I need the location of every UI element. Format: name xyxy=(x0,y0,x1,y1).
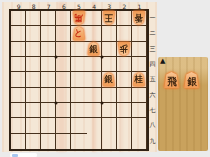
square-5-7[interactable] xyxy=(71,103,86,118)
square-8-3[interactable] xyxy=(26,42,41,57)
partial-ui-fragment-icon xyxy=(12,154,18,157)
square-6-7[interactable] xyxy=(56,103,71,118)
piece-face: と xyxy=(73,27,85,41)
square-7-4[interactable] xyxy=(41,57,56,72)
square-7-1[interactable] xyxy=(41,11,56,26)
square-1-5[interactable]: 桂 xyxy=(132,72,147,87)
rank-label: 七 xyxy=(148,103,157,118)
piece-face: 王 xyxy=(103,11,115,25)
square-8-1[interactable] xyxy=(26,11,41,26)
piece-face: 銀 xyxy=(103,73,115,87)
square-2-2[interactable] xyxy=(117,26,132,41)
rank-label: 一 xyxy=(148,11,157,26)
square-2-6[interactable] xyxy=(117,88,132,103)
square-1-3[interactable] xyxy=(132,42,147,57)
square-8-8[interactable] xyxy=(26,118,41,133)
square-9-7[interactable] xyxy=(11,103,26,118)
shogi-board: 馬王香と銀歩銀桂 xyxy=(9,9,149,151)
square-8-7[interactable] xyxy=(26,103,41,118)
square-3-4[interactable] xyxy=(102,57,117,72)
piece-face: 馬 xyxy=(73,11,85,25)
square-4-6[interactable] xyxy=(87,88,102,103)
square-3-7[interactable] xyxy=(102,103,117,118)
square-9-9[interactable] xyxy=(11,134,26,149)
tsume-shogi-diagram: 987654321 一二三四五六七八九 馬王香と銀歩銀桂 ▲ 飛銀 xyxy=(0,0,210,157)
square-1-7[interactable] xyxy=(132,103,147,118)
square-9-3[interactable] xyxy=(11,42,26,57)
square-9-5[interactable] xyxy=(11,72,26,87)
square-3-5[interactable]: 銀 xyxy=(102,72,117,87)
hand-pieces: 飛銀 xyxy=(164,72,199,88)
piece-face: 飛 xyxy=(164,72,179,88)
square-1-6[interactable] xyxy=(132,88,147,103)
square-8-5[interactable] xyxy=(26,72,41,87)
square-2-4[interactable] xyxy=(117,57,132,72)
square-5-4[interactable] xyxy=(71,57,86,72)
star-point xyxy=(100,102,103,105)
square-9-2[interactable] xyxy=(11,26,26,41)
piece-face: 銀 xyxy=(184,72,199,88)
square-6-8[interactable] xyxy=(56,118,71,133)
square-1-8[interactable] xyxy=(132,118,147,133)
square-6-6[interactable] xyxy=(56,88,71,103)
square-8-2[interactable] xyxy=(26,26,41,41)
rank-label: 三 xyxy=(148,42,157,57)
piece-sente-knight[interactable]: 桂 xyxy=(133,73,145,87)
square-1-1[interactable]: 香 xyxy=(132,11,147,26)
square-3-8[interactable] xyxy=(102,118,117,133)
square-6-2[interactable] xyxy=(56,26,71,41)
square-2-8[interactable] xyxy=(117,118,132,133)
rank-label: 六 xyxy=(148,88,157,103)
square-6-5[interactable] xyxy=(56,72,71,87)
square-2-9[interactable] xyxy=(117,134,132,149)
square-1-2[interactable] xyxy=(132,26,147,41)
square-3-9[interactable] xyxy=(102,134,117,149)
square-8-4[interactable] xyxy=(26,57,41,72)
rank-coordinates: 一二三四五六七八九 xyxy=(148,11,157,149)
square-3-6[interactable] xyxy=(102,88,117,103)
piece-kanji: と xyxy=(75,29,83,41)
star-point xyxy=(55,55,58,58)
square-7-8[interactable] xyxy=(41,118,56,133)
square-1-4[interactable] xyxy=(132,57,147,72)
piece-gote-promoted-bishop[interactable]: 馬 xyxy=(73,11,85,25)
square-2-5[interactable] xyxy=(117,72,132,87)
square-7-5[interactable] xyxy=(41,72,56,87)
sente-marker: ▲ xyxy=(160,57,165,66)
sente-hand-stand: ▲ 飛銀 xyxy=(158,57,208,151)
square-7-7[interactable] xyxy=(41,103,56,118)
square-5-9[interactable] xyxy=(71,134,86,149)
square-7-9[interactable] xyxy=(41,134,56,149)
square-4-2[interactable] xyxy=(87,26,102,41)
square-8-6[interactable] xyxy=(26,88,41,103)
square-1-9[interactable] xyxy=(132,134,147,149)
piece-kanji: 香 xyxy=(135,11,143,23)
square-5-6[interactable] xyxy=(71,88,86,103)
square-4-1[interactable] xyxy=(87,11,102,26)
piece-face: 桂 xyxy=(133,73,145,87)
square-4-3[interactable]: 銀 xyxy=(87,42,102,57)
piece-kanji: 銀 xyxy=(187,75,196,89)
square-6-9[interactable] xyxy=(56,134,71,149)
square-4-8[interactable] xyxy=(87,118,102,133)
square-3-3[interactable] xyxy=(102,42,117,57)
piece-gote-pawn[interactable]: 歩 xyxy=(118,42,130,56)
rank-label: 四 xyxy=(148,57,157,72)
square-6-4[interactable] xyxy=(56,57,71,72)
square-6-3[interactable] xyxy=(56,42,71,57)
piece-kanji: 銀 xyxy=(105,75,113,87)
hand-piece-silver[interactable]: 銀 xyxy=(184,72,199,88)
square-8-9[interactable] xyxy=(26,134,41,149)
star-point xyxy=(55,102,58,105)
square-5-1[interactable]: 馬 xyxy=(71,11,86,26)
square-6-1[interactable] xyxy=(56,11,71,26)
piece-face: 香 xyxy=(133,11,145,25)
piece-sente-silver[interactable]: 銀 xyxy=(88,42,100,56)
piece-sente-tokin[interactable]: と xyxy=(73,27,85,41)
rank-label: 五 xyxy=(148,72,157,87)
square-9-4[interactable] xyxy=(11,57,26,72)
piece-kanji: 王 xyxy=(105,11,113,23)
square-7-3[interactable] xyxy=(41,42,56,57)
square-5-2[interactable]: と xyxy=(71,26,86,41)
square-7-6[interactable] xyxy=(41,88,56,103)
rank-label: 九 xyxy=(148,134,157,149)
square-4-5[interactable] xyxy=(87,72,102,87)
piece-face: 銀 xyxy=(88,42,100,56)
piece-kanji: 銀 xyxy=(89,44,97,56)
square-7-2[interactable] xyxy=(41,26,56,41)
star-point xyxy=(100,55,103,58)
piece-kanji: 桂 xyxy=(135,75,143,87)
square-3-1[interactable]: 王 xyxy=(102,11,117,26)
square-2-3[interactable]: 歩 xyxy=(117,42,132,57)
square-9-1[interactable] xyxy=(11,11,26,26)
square-4-9[interactable] xyxy=(87,134,102,149)
square-3-2[interactable] xyxy=(102,26,117,41)
hand-piece-rook[interactable]: 飛 xyxy=(164,72,179,88)
square-2-1[interactable] xyxy=(117,11,132,26)
rank-label: 八 xyxy=(148,118,157,133)
square-9-6[interactable] xyxy=(11,88,26,103)
square-2-7[interactable] xyxy=(117,103,132,118)
partial-ui-fragment xyxy=(10,153,37,157)
square-4-4[interactable] xyxy=(87,57,102,72)
square-4-7[interactable] xyxy=(87,103,102,118)
piece-kanji: 歩 xyxy=(120,42,128,54)
piece-kanji: 飛 xyxy=(167,75,176,89)
square-9-8[interactable] xyxy=(11,118,26,133)
piece-kanji: 馬 xyxy=(75,11,83,23)
piece-sente-silver[interactable]: 銀 xyxy=(103,73,115,87)
square-5-8[interactable] xyxy=(71,118,86,133)
square-5-3[interactable] xyxy=(71,42,86,57)
piece-gote-king[interactable]: 王 xyxy=(103,11,115,25)
square-5-5[interactable] xyxy=(71,72,86,87)
piece-gote-lance[interactable]: 香 xyxy=(133,11,145,25)
piece-face: 歩 xyxy=(118,42,130,56)
rank-label: 二 xyxy=(148,26,157,41)
